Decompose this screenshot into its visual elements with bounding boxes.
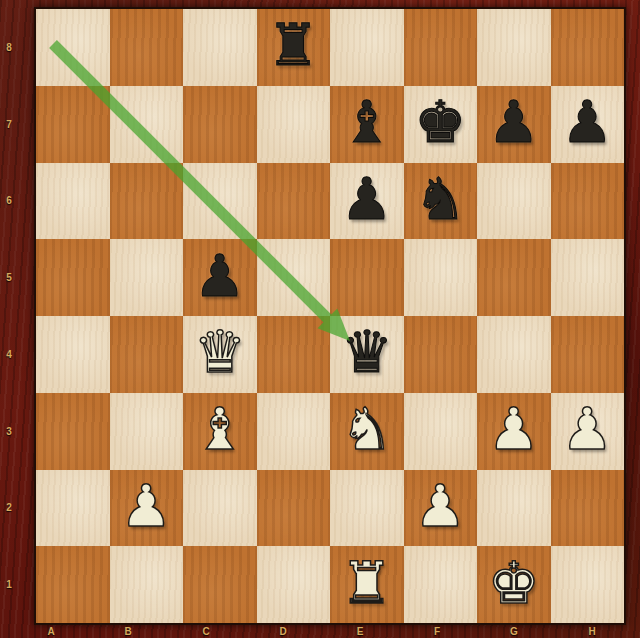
square-b8[interactable] <box>110 9 184 86</box>
square-e7[interactable]: ♝ <box>330 86 404 163</box>
square-a7[interactable] <box>36 86 110 163</box>
file-label-c: C <box>196 624 216 638</box>
square-g7[interactable]: ♟ <box>477 86 551 163</box>
square-c7[interactable] <box>183 86 257 163</box>
square-c5[interactable]: ♟ <box>183 239 257 316</box>
square-c8[interactable] <box>183 9 257 86</box>
square-g6[interactable] <box>477 163 551 240</box>
square-g3[interactable]: ♟ <box>477 393 551 470</box>
file-label-d: D <box>273 624 293 638</box>
square-f8[interactable] <box>404 9 478 86</box>
file-label-h: H <box>582 624 602 638</box>
file-label-e: E <box>350 624 370 638</box>
square-g8[interactable] <box>477 9 551 86</box>
file-label-a: A <box>41 624 61 638</box>
rank-label-5: 5 <box>0 239 18 316</box>
square-h1[interactable] <box>551 546 625 623</box>
file-label-f: F <box>427 624 447 638</box>
square-b7[interactable] <box>110 86 184 163</box>
square-g4[interactable] <box>477 316 551 393</box>
piece-white-pawn[interactable]: ♟ <box>414 477 466 535</box>
square-e6[interactable]: ♟ <box>330 163 404 240</box>
piece-white-knight[interactable]: ♞ <box>341 400 393 458</box>
piece-white-queen[interactable]: ♛ <box>194 323 246 381</box>
square-a3[interactable] <box>36 393 110 470</box>
rank-label-7: 7 <box>0 86 18 163</box>
piece-white-pawn[interactable]: ♟ <box>120 477 172 535</box>
square-d8[interactable]: ♜ <box>257 9 331 86</box>
piece-black-knight[interactable]: ♞ <box>414 170 466 228</box>
square-c4[interactable]: ♛ <box>183 316 257 393</box>
square-e1[interactable]: ♜ <box>330 546 404 623</box>
rank-label-6: 6 <box>0 163 18 240</box>
square-d4[interactable] <box>257 316 331 393</box>
square-a4[interactable] <box>36 316 110 393</box>
square-a8[interactable] <box>36 9 110 86</box>
square-b5[interactable] <box>110 239 184 316</box>
piece-black-king[interactable]: ♚ <box>414 93 466 151</box>
square-c3[interactable]: ♝ <box>183 393 257 470</box>
square-d2[interactable] <box>257 470 331 547</box>
square-e8[interactable] <box>330 9 404 86</box>
square-h2[interactable] <box>551 470 625 547</box>
square-d3[interactable] <box>257 393 331 470</box>
square-b4[interactable] <box>110 316 184 393</box>
square-a6[interactable] <box>36 163 110 240</box>
file-label-b: B <box>118 624 138 638</box>
square-d5[interactable] <box>257 239 331 316</box>
square-c2[interactable] <box>183 470 257 547</box>
rank-labels: 87654321 <box>0 9 18 623</box>
chess-app-window: 87654321 ♜♝♚♟♟♟♞♟♛♛♝♞♟♟♟♟♜♚ ABCDEFGH <box>0 0 640 638</box>
square-a1[interactable] <box>36 546 110 623</box>
square-b3[interactable] <box>110 393 184 470</box>
square-c6[interactable] <box>183 163 257 240</box>
square-e2[interactable] <box>330 470 404 547</box>
piece-black-pawn[interactable]: ♟ <box>488 93 540 151</box>
chess-board[interactable]: ♜♝♚♟♟♟♞♟♛♛♝♞♟♟♟♟♜♚ <box>34 7 626 625</box>
square-e3[interactable]: ♞ <box>330 393 404 470</box>
piece-black-pawn[interactable]: ♟ <box>561 93 613 151</box>
square-d7[interactable] <box>257 86 331 163</box>
piece-white-rook[interactable]: ♜ <box>341 554 393 612</box>
square-h3[interactable]: ♟ <box>551 393 625 470</box>
rank-label-2: 2 <box>0 470 18 547</box>
square-g5[interactable] <box>477 239 551 316</box>
square-b2[interactable]: ♟ <box>110 470 184 547</box>
square-f7[interactable]: ♚ <box>404 86 478 163</box>
rank-label-8: 8 <box>0 9 18 86</box>
square-e5[interactable] <box>330 239 404 316</box>
square-b6[interactable] <box>110 163 184 240</box>
square-h4[interactable] <box>551 316 625 393</box>
square-e4[interactable]: ♛ <box>330 316 404 393</box>
file-label-g: G <box>504 624 524 638</box>
square-g2[interactable] <box>477 470 551 547</box>
piece-white-pawn[interactable]: ♟ <box>561 400 613 458</box>
rank-label-1: 1 <box>0 546 18 623</box>
piece-white-pawn[interactable]: ♟ <box>488 400 540 458</box>
piece-black-pawn[interactable]: ♟ <box>341 170 393 228</box>
square-h7[interactable]: ♟ <box>551 86 625 163</box>
square-a5[interactable] <box>36 239 110 316</box>
rank-label-3: 3 <box>0 393 18 470</box>
square-g1[interactable]: ♚ <box>477 546 551 623</box>
piece-black-pawn[interactable]: ♟ <box>194 247 246 305</box>
square-a2[interactable] <box>36 470 110 547</box>
piece-black-rook[interactable]: ♜ <box>267 16 319 74</box>
square-d6[interactable] <box>257 163 331 240</box>
square-b1[interactable] <box>110 546 184 623</box>
piece-white-bishop[interactable]: ♝ <box>194 400 246 458</box>
square-f1[interactable] <box>404 546 478 623</box>
square-h5[interactable] <box>551 239 625 316</box>
square-f5[interactable] <box>404 239 478 316</box>
square-c1[interactable] <box>183 546 257 623</box>
square-f3[interactable] <box>404 393 478 470</box>
square-h6[interactable] <box>551 163 625 240</box>
piece-white-king[interactable]: ♚ <box>488 554 540 612</box>
piece-black-queen[interactable]: ♛ <box>341 323 393 381</box>
piece-black-bishop[interactable]: ♝ <box>341 93 393 151</box>
square-f4[interactable] <box>404 316 478 393</box>
rank-label-4: 4 <box>0 316 18 393</box>
square-f2[interactable]: ♟ <box>404 470 478 547</box>
square-h8[interactable] <box>551 9 625 86</box>
square-d1[interactable] <box>257 546 331 623</box>
square-f6[interactable]: ♞ <box>404 163 478 240</box>
